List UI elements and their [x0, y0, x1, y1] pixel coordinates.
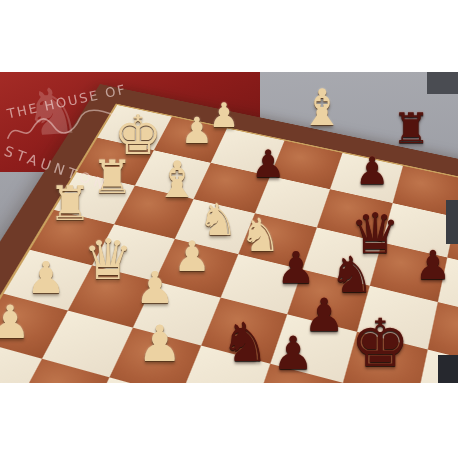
black-king-c8[interactable]: ♚	[347, 311, 413, 377]
captured-white-bishop[interactable]: ♝	[297, 83, 347, 133]
white-pawn-c4[interactable]: ♟	[133, 266, 177, 310]
black-pawn-h6[interactable]: ♟	[353, 152, 391, 190]
photo-area: ♟♝♟♜♚♟♟♜♝♜♞♞♛♟♟♛♟♟♞♟♟♟♟♞♟♚ ♞ THE HOUSE O…	[0, 72, 458, 383]
black-pawn-f4[interactable]: ♟	[249, 145, 287, 183]
white-rook-e1[interactable]: ♜	[46, 179, 94, 227]
photo-frame: ♟♝♟♜♚♟♟♜♝♜♞♞♛♟♟♛♟♟♞♟♟♟♟♞♟♚ ♞ THE HOUSE O…	[0, 0, 458, 458]
table-edge-shadow	[446, 200, 458, 244]
white-rook-f1[interactable]: ♜	[89, 154, 135, 200]
white-pawn-a2[interactable]: ♟	[0, 299, 33, 345]
captured-black-rook[interactable]: ♜	[390, 108, 432, 150]
white-pawn-g2[interactable]: ♟	[179, 113, 215, 149]
white-pawn-b3[interactable]: ♟	[24, 256, 68, 300]
white-queen-c2[interactable]: ♛	[80, 232, 136, 288]
white-pawn-b4[interactable]: ♟	[135, 319, 185, 369]
background-object	[427, 72, 458, 94]
black-pawn-d5[interactable]: ♟	[274, 246, 318, 290]
table-edge-shadow-bottom	[438, 355, 458, 383]
black-knight-b6[interactable]: ♞	[218, 316, 272, 370]
black-pawn-b7[interactable]: ♟	[270, 330, 316, 376]
white-pawn-d3[interactable]: ♟	[171, 236, 213, 278]
white-bishop-e3[interactable]: ♝	[152, 155, 202, 205]
black-pawn-e7[interactable]: ♟	[413, 245, 453, 285]
